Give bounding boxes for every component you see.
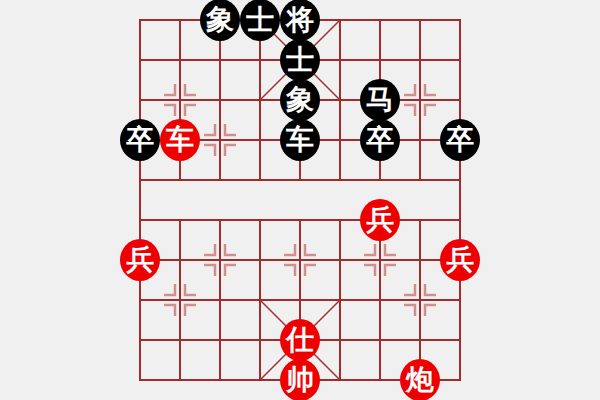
point-1-0[interactable] bbox=[160, 0, 200, 40]
point-2-4[interactable] bbox=[200, 160, 240, 200]
point-2-1[interactable] bbox=[200, 40, 240, 80]
red-pawn-a-piece[interactable]: 兵 bbox=[360, 199, 400, 241]
point-1-9[interactable] bbox=[160, 360, 200, 400]
point-0-5[interactable] bbox=[120, 200, 160, 240]
point-4-8[interactable]: 仕 bbox=[280, 320, 320, 360]
point-2-8[interactable] bbox=[200, 320, 240, 360]
point-7-8[interactable] bbox=[400, 320, 440, 360]
point-8-0[interactable] bbox=[440, 0, 480, 40]
point-8-5[interactable] bbox=[440, 200, 480, 240]
point-1-1[interactable] bbox=[160, 40, 200, 80]
point-5-4[interactable] bbox=[320, 160, 360, 200]
point-8-8[interactable] bbox=[440, 320, 480, 360]
point-6-0[interactable] bbox=[360, 0, 400, 40]
point-6-2[interactable]: 马 bbox=[360, 80, 400, 120]
black-elephant-right-piece[interactable]: 象 bbox=[280, 79, 320, 121]
point-6-9[interactable] bbox=[360, 360, 400, 400]
point-4-1[interactable]: 士 bbox=[280, 40, 320, 80]
point-0-1[interactable] bbox=[120, 40, 160, 80]
point-5-6[interactable] bbox=[320, 240, 360, 280]
point-3-5[interactable] bbox=[240, 200, 280, 240]
point-1-8[interactable] bbox=[160, 320, 200, 360]
board-intersections: 象士将士象马卒车车卒卒兵兵兵仕帅炮 bbox=[120, 0, 480, 400]
point-0-2[interactable] bbox=[120, 80, 160, 120]
point-5-0[interactable] bbox=[320, 0, 360, 40]
point-7-3[interactable] bbox=[400, 120, 440, 160]
point-1-4[interactable] bbox=[160, 160, 200, 200]
point-7-0[interactable] bbox=[400, 0, 440, 40]
point-4-6[interactable] bbox=[280, 240, 320, 280]
point-7-7[interactable] bbox=[400, 280, 440, 320]
point-4-7[interactable] bbox=[280, 280, 320, 320]
point-8-2[interactable] bbox=[440, 80, 480, 120]
point-6-5[interactable]: 兵 bbox=[360, 200, 400, 240]
point-1-3[interactable]: 车 bbox=[160, 120, 200, 160]
point-0-9[interactable] bbox=[120, 360, 160, 400]
red-chariot-piece[interactable]: 车 bbox=[160, 119, 200, 161]
point-1-2[interactable] bbox=[160, 80, 200, 120]
point-6-8[interactable] bbox=[360, 320, 400, 360]
point-8-6[interactable]: 兵 bbox=[440, 240, 480, 280]
point-5-9[interactable] bbox=[320, 360, 360, 400]
point-3-2[interactable] bbox=[240, 80, 280, 120]
point-8-4[interactable] bbox=[440, 160, 480, 200]
point-4-3[interactable]: 车 bbox=[280, 120, 320, 160]
red-pawn-b-piece[interactable]: 兵 bbox=[120, 239, 160, 281]
point-6-4[interactable] bbox=[360, 160, 400, 200]
point-8-7[interactable] bbox=[440, 280, 480, 320]
point-6-1[interactable] bbox=[360, 40, 400, 80]
point-0-0[interactable] bbox=[120, 0, 160, 40]
point-8-1[interactable] bbox=[440, 40, 480, 80]
point-2-2[interactable] bbox=[200, 80, 240, 120]
red-general-piece[interactable]: 帅 bbox=[280, 359, 320, 400]
point-5-1[interactable] bbox=[320, 40, 360, 80]
black-advisor-right-piece[interactable]: 士 bbox=[280, 39, 320, 81]
point-3-3[interactable] bbox=[240, 120, 280, 160]
point-3-1[interactable] bbox=[240, 40, 280, 80]
point-0-3[interactable]: 卒 bbox=[120, 120, 160, 160]
point-1-7[interactable] bbox=[160, 280, 200, 320]
point-4-9[interactable]: 帅 bbox=[280, 360, 320, 400]
point-3-9[interactable] bbox=[240, 360, 280, 400]
red-pawn-c-piece[interactable]: 兵 bbox=[440, 239, 480, 281]
point-0-6[interactable]: 兵 bbox=[120, 240, 160, 280]
point-2-0[interactable]: 象 bbox=[200, 0, 240, 40]
black-pawn-c-piece[interactable]: 卒 bbox=[440, 119, 480, 161]
point-5-5[interactable] bbox=[320, 200, 360, 240]
point-7-9[interactable]: 炮 bbox=[400, 360, 440, 400]
point-4-2[interactable]: 象 bbox=[280, 80, 320, 120]
red-advisor-piece[interactable]: 仕 bbox=[280, 319, 320, 361]
point-2-3[interactable] bbox=[200, 120, 240, 160]
point-2-7[interactable] bbox=[200, 280, 240, 320]
black-horse-piece[interactable]: 马 bbox=[360, 79, 400, 121]
point-6-7[interactable] bbox=[360, 280, 400, 320]
black-elephant-left-piece[interactable]: 象 bbox=[200, 0, 240, 41]
point-0-8[interactable] bbox=[120, 320, 160, 360]
point-5-2[interactable] bbox=[320, 80, 360, 120]
point-3-7[interactable] bbox=[240, 280, 280, 320]
xiangqi-board: 象士将士象马卒车车卒卒兵兵兵仕帅炮 bbox=[0, 0, 600, 400]
point-3-0[interactable]: 士 bbox=[240, 0, 280, 40]
black-pawn-b-piece[interactable]: 卒 bbox=[360, 119, 400, 161]
point-8-3[interactable]: 卒 bbox=[440, 120, 480, 160]
point-5-3[interactable] bbox=[320, 120, 360, 160]
point-7-1[interactable] bbox=[400, 40, 440, 80]
black-advisor-left-piece[interactable]: 士 bbox=[240, 0, 280, 41]
point-2-9[interactable] bbox=[200, 360, 240, 400]
point-0-7[interactable] bbox=[120, 280, 160, 320]
point-7-5[interactable] bbox=[400, 200, 440, 240]
point-7-2[interactable] bbox=[400, 80, 440, 120]
point-4-4[interactable] bbox=[280, 160, 320, 200]
point-3-6[interactable] bbox=[240, 240, 280, 280]
point-3-8[interactable] bbox=[240, 320, 280, 360]
black-chariot-piece[interactable]: 车 bbox=[280, 119, 320, 161]
point-4-0[interactable]: 将 bbox=[280, 0, 320, 40]
point-3-4[interactable] bbox=[240, 160, 280, 200]
point-1-6[interactable] bbox=[160, 240, 200, 280]
point-5-8[interactable] bbox=[320, 320, 360, 360]
point-7-6[interactable] bbox=[400, 240, 440, 280]
point-6-3[interactable]: 卒 bbox=[360, 120, 400, 160]
black-general-piece[interactable]: 将 bbox=[280, 0, 320, 41]
point-1-5[interactable] bbox=[160, 200, 200, 240]
point-8-9[interactable] bbox=[440, 360, 480, 400]
point-7-4[interactable] bbox=[400, 160, 440, 200]
black-pawn-a-piece[interactable]: 卒 bbox=[120, 119, 160, 161]
red-cannon-piece[interactable]: 炮 bbox=[400, 359, 440, 400]
point-4-5[interactable] bbox=[280, 200, 320, 240]
point-0-4[interactable] bbox=[120, 160, 160, 200]
point-5-7[interactable] bbox=[320, 280, 360, 320]
point-6-6[interactable] bbox=[360, 240, 400, 280]
point-2-5[interactable] bbox=[200, 200, 240, 240]
point-2-6[interactable] bbox=[200, 240, 240, 280]
